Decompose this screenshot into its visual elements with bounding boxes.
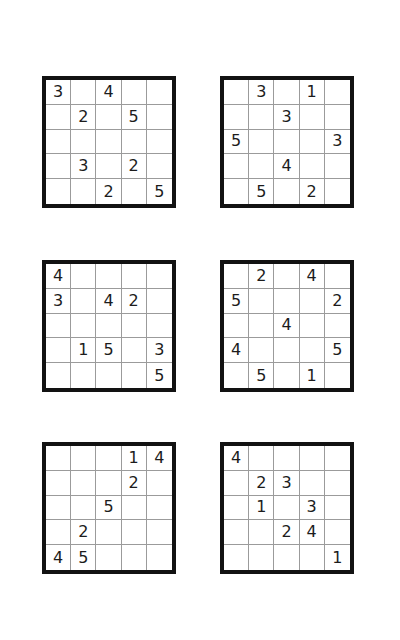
cell-r2c2[interactable] (249, 105, 274, 130)
cell-r4c3[interactable] (96, 520, 121, 545)
cell-r2c5[interactable] (147, 471, 172, 496)
cell-r5c1[interactable] (224, 545, 249, 570)
cell-r4c5: 3 (147, 338, 172, 363)
cell-r1c1: 4 (224, 446, 249, 471)
cell-r5c3[interactable] (274, 545, 299, 570)
cell-r1c5[interactable] (325, 264, 350, 289)
cell-r4c4: 2 (122, 154, 147, 179)
cell-r3c1[interactable] (224, 314, 249, 339)
cell-r3c1[interactable] (46, 130, 71, 155)
cell-r4c3[interactable] (274, 338, 299, 363)
cell-r2c5[interactable] (147, 289, 172, 314)
cell-r1c5: 4 (147, 446, 172, 471)
cell-r3c5: 3 (325, 130, 350, 155)
cell-r5c3[interactable] (274, 363, 299, 388)
cell-r2c3[interactable] (96, 105, 121, 130)
cell-r5c1: 4 (46, 545, 71, 570)
cell-r1c4: 4 (300, 264, 325, 289)
cell-r3c5[interactable] (147, 314, 172, 339)
cell-r2c5: 2 (325, 289, 350, 314)
sudoku-board-3: 43421535 (42, 260, 176, 392)
cell-r1c5[interactable] (325, 80, 350, 105)
cell-r4c3: 5 (96, 338, 121, 363)
cell-r5c3[interactable] (96, 363, 121, 388)
cell-r1c1[interactable] (224, 80, 249, 105)
cell-r2c2[interactable] (71, 471, 96, 496)
cell-r3c4[interactable] (122, 314, 147, 339)
cell-r5c2[interactable] (249, 545, 274, 570)
sudoku-board-2: 31353452 (220, 76, 354, 208)
cell-r2c3: 3 (274, 105, 299, 130)
cell-r4c4[interactable] (300, 338, 325, 363)
cell-r1c3[interactable] (96, 264, 121, 289)
cell-r5c4[interactable] (122, 179, 147, 204)
cell-r4c4[interactable] (300, 154, 325, 179)
cell-r5c4[interactable] (300, 545, 325, 570)
cell-r1c1: 3 (46, 80, 71, 105)
cell-r2c1[interactable] (46, 105, 71, 130)
cell-r1c2[interactable] (249, 446, 274, 471)
cell-r5c4[interactable] (122, 363, 147, 388)
cell-r1c2[interactable] (71, 446, 96, 471)
cell-r4c2[interactable] (249, 338, 274, 363)
cell-r5c5[interactable] (147, 545, 172, 570)
cell-r2c2: 2 (71, 105, 96, 130)
cell-r2c3[interactable] (96, 471, 121, 496)
cell-r1c4[interactable] (122, 264, 147, 289)
cell-r3c1[interactable] (46, 314, 71, 339)
cell-r3c3[interactable] (96, 130, 121, 155)
cell-r2c5[interactable] (325, 471, 350, 496)
cell-r2c4: 2 (122, 471, 147, 496)
cell-r2c2[interactable] (71, 289, 96, 314)
cell-r1c1: 4 (46, 264, 71, 289)
cell-r2c2: 2 (249, 471, 274, 496)
cell-r1c5[interactable] (147, 264, 172, 289)
cell-r3c4: 3 (300, 496, 325, 521)
cell-r4c4: 4 (300, 520, 325, 545)
cell-r1c4[interactable] (300, 446, 325, 471)
cell-r1c4: 1 (122, 446, 147, 471)
cell-r5c5[interactable] (325, 363, 350, 388)
cell-r4c1[interactable] (46, 520, 71, 545)
cell-r1c5[interactable] (325, 446, 350, 471)
sudoku-board-1: 34253225 (42, 76, 176, 208)
cell-r2c3: 3 (274, 471, 299, 496)
cell-r3c1[interactable] (46, 496, 71, 521)
cell-r5c4: 2 (300, 179, 325, 204)
cell-r3c2[interactable] (249, 130, 274, 155)
cell-r2c1: 5 (224, 289, 249, 314)
cell-r4c1[interactable] (224, 154, 249, 179)
cell-r4c2: 3 (71, 154, 96, 179)
cell-r5c5[interactable] (325, 179, 350, 204)
cell-r5c3[interactable] (274, 179, 299, 204)
cell-r2c1[interactable] (46, 471, 71, 496)
cell-r4c4[interactable] (122, 520, 147, 545)
cell-r2c4[interactable] (300, 289, 325, 314)
cell-r1c3[interactable] (274, 264, 299, 289)
cell-r1c4: 1 (300, 80, 325, 105)
cell-r2c2[interactable] (249, 289, 274, 314)
cell-r1c5[interactable] (147, 80, 172, 105)
cell-r3c2[interactable] (71, 130, 96, 155)
cell-r3c4[interactable] (300, 130, 325, 155)
cell-r5c2[interactable] (71, 363, 96, 388)
cell-r5c1[interactable] (46, 363, 71, 388)
cell-r5c4: 1 (300, 363, 325, 388)
puzzle-sheet: 34253225 31353452 43421535 245244551 142… (0, 0, 400, 640)
cell-r3c2: 1 (249, 496, 274, 521)
cell-r5c1[interactable] (224, 363, 249, 388)
cell-r2c4[interactable] (300, 471, 325, 496)
cell-r3c4[interactable] (122, 496, 147, 521)
cell-r3c2[interactable] (71, 314, 96, 339)
cell-r2c5[interactable] (325, 105, 350, 130)
cell-r5c5: 1 (325, 545, 350, 570)
cell-r1c3[interactable] (274, 446, 299, 471)
cell-r3c3[interactable] (274, 496, 299, 521)
cell-r3c4[interactable] (122, 130, 147, 155)
cell-r4c2[interactable] (249, 520, 274, 545)
cell-r4c3[interactable] (96, 154, 121, 179)
cell-r5c2: 5 (71, 545, 96, 570)
cell-r3c1[interactable] (224, 496, 249, 521)
cell-r3c1: 5 (224, 130, 249, 155)
cell-r1c2: 3 (249, 80, 274, 105)
cell-r5c4[interactable] (122, 545, 147, 570)
cell-r3c2[interactable] (249, 314, 274, 339)
cell-r5c3: 2 (96, 179, 121, 204)
cell-r4c3: 2 (274, 520, 299, 545)
cell-r2c5[interactable] (147, 105, 172, 130)
cell-r2c1: 3 (46, 289, 71, 314)
cell-r3c4[interactable] (300, 314, 325, 339)
cell-r5c1[interactable] (224, 179, 249, 204)
cell-r1c2[interactable] (71, 264, 96, 289)
cell-r2c1[interactable] (224, 471, 249, 496)
cell-r3c3[interactable] (96, 314, 121, 339)
sudoku-board-5: 1425245 (42, 442, 176, 574)
cell-r2c1[interactable] (224, 105, 249, 130)
cell-r5c2: 5 (249, 179, 274, 204)
cell-r4c2: 1 (71, 338, 96, 363)
cell-r2c4[interactable] (300, 105, 325, 130)
cell-r4c5[interactable] (147, 520, 172, 545)
cell-r3c3: 5 (96, 496, 121, 521)
cell-r2c3: 4 (96, 289, 121, 314)
cell-r4c5: 5 (325, 338, 350, 363)
cell-r3c2[interactable] (71, 496, 96, 521)
cell-r4c2: 2 (71, 520, 96, 545)
cell-r4c1[interactable] (224, 520, 249, 545)
cell-r3c5[interactable] (325, 496, 350, 521)
cell-r4c5[interactable] (325, 154, 350, 179)
cell-r4c1[interactable] (46, 338, 71, 363)
cell-r1c1[interactable] (46, 446, 71, 471)
cell-r3c5[interactable] (147, 496, 172, 521)
cell-r5c2[interactable] (71, 179, 96, 204)
cell-r1c4[interactable] (122, 80, 147, 105)
cell-r4c4[interactable] (122, 338, 147, 363)
sudoku-board-4: 245244551 (220, 260, 354, 392)
cell-r4c2[interactable] (249, 154, 274, 179)
cell-r4c5[interactable] (325, 520, 350, 545)
cell-r4c5[interactable] (147, 154, 172, 179)
cell-r1c1[interactable] (224, 264, 249, 289)
cell-r2c4: 5 (122, 105, 147, 130)
cell-r4c1: 4 (224, 338, 249, 363)
cell-r1c3: 4 (96, 80, 121, 105)
cell-r5c5: 5 (147, 363, 172, 388)
cell-r1c3[interactable] (96, 446, 121, 471)
cell-r3c3: 4 (274, 314, 299, 339)
cell-r3c3[interactable] (274, 130, 299, 155)
cell-r4c1[interactable] (46, 154, 71, 179)
cell-r1c2[interactable] (71, 80, 96, 105)
cell-r5c1[interactable] (46, 179, 71, 204)
cell-r3c5[interactable] (325, 314, 350, 339)
sudoku-board-6: 42313241 (220, 442, 354, 574)
cell-r1c2: 2 (249, 264, 274, 289)
cell-r4c3: 4 (274, 154, 299, 179)
cell-r1c3[interactable] (274, 80, 299, 105)
cell-r5c2: 5 (249, 363, 274, 388)
cell-r2c4: 2 (122, 289, 147, 314)
cell-r5c3[interactable] (96, 545, 121, 570)
cell-r5c5: 5 (147, 179, 172, 204)
cell-r2c3[interactable] (274, 289, 299, 314)
cell-r3c5[interactable] (147, 130, 172, 155)
